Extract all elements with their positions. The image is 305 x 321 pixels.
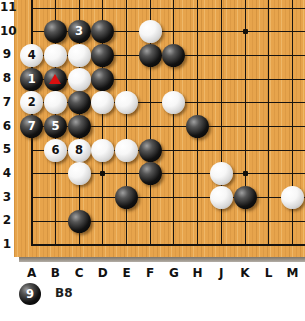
stone-C8[interactable] (68, 68, 91, 91)
grid-line (268, 0, 269, 246)
stone-C7[interactable] (68, 91, 91, 114)
stone-F5[interactable] (139, 139, 162, 162)
column-label: E (117, 266, 137, 280)
stone-A6[interactable]: 7 (20, 115, 43, 138)
column-label: G (164, 266, 184, 280)
stone-J4[interactable] (210, 162, 233, 185)
stone-B8[interactable] (44, 68, 67, 91)
row-label: 2 (0, 213, 14, 227)
grid-line (126, 0, 127, 246)
stone-C2[interactable] (68, 210, 91, 233)
grid-line (31, 244, 305, 246)
board-shadow (19, 257, 305, 262)
caption-move-number: 9 (19, 283, 41, 305)
stone-D10[interactable] (91, 20, 114, 43)
stone-C10[interactable]: 3 (68, 20, 91, 43)
row-label: 8 (0, 71, 14, 85)
caption-coordinate: B8 (55, 286, 73, 300)
stone-D7[interactable] (91, 91, 114, 114)
stone-E3[interactable] (115, 186, 138, 209)
grid-line (31, 197, 305, 198)
grid-line (221, 0, 222, 246)
star-point (100, 171, 105, 176)
stone-D5[interactable] (91, 139, 114, 162)
stone-move-number: 2 (20, 91, 43, 114)
stone-move-number: 5 (44, 115, 67, 138)
stone-D8[interactable] (91, 68, 114, 91)
star-point (243, 171, 248, 176)
stone-A8[interactable]: 1 (20, 68, 43, 91)
row-label: 1 (0, 237, 14, 251)
column-label: F (140, 266, 160, 280)
stone-C6[interactable] (68, 115, 91, 138)
column-label: M (282, 266, 302, 280)
column-label: B (45, 266, 65, 280)
row-label: 4 (0, 166, 14, 180)
column-label: J (211, 266, 231, 280)
stone-C4[interactable] (68, 162, 91, 185)
grid-line (31, 8, 305, 9)
stone-G9[interactable] (162, 44, 185, 67)
stone-F9[interactable] (139, 44, 162, 67)
row-label: 9 (0, 47, 14, 61)
triangle-marker-icon (49, 74, 61, 84)
go-diagram: 34127568 1110987654321ABCDEFGHJKLM 9 B8 (0, 0, 305, 321)
stone-D9[interactable] (91, 44, 114, 67)
board-surface[interactable]: 34127568 (14, 0, 305, 257)
stone-H6[interactable] (186, 115, 209, 138)
caption-black-stone-icon: 9 (19, 283, 41, 305)
star-point (243, 29, 248, 34)
stone-F10[interactable] (139, 20, 162, 43)
column-label: H (188, 266, 208, 280)
stone-B6[interactable]: 5 (44, 115, 67, 138)
stone-move-number: 4 (20, 44, 43, 67)
row-label: 10 (0, 24, 14, 38)
stone-E5[interactable] (115, 139, 138, 162)
column-label: A (22, 266, 42, 280)
row-label: 6 (0, 119, 14, 133)
stone-G7[interactable] (162, 91, 185, 114)
column-label: L (259, 266, 279, 280)
stone-C9[interactable] (68, 44, 91, 67)
stone-A9[interactable]: 4 (20, 44, 43, 67)
row-label: 5 (0, 142, 14, 156)
row-label: 11 (0, 0, 14, 14)
grid-line (292, 0, 293, 246)
column-label: C (69, 266, 89, 280)
stone-move-number: 1 (20, 68, 43, 91)
stone-A7[interactable]: 2 (20, 91, 43, 114)
stone-B9[interactable] (44, 44, 67, 67)
stone-B5[interactable]: 6 (44, 139, 67, 162)
stone-move-number: 6 (44, 139, 67, 162)
column-label: K (235, 266, 255, 280)
row-label: 7 (0, 95, 14, 109)
stone-C5[interactable]: 8 (68, 139, 91, 162)
column-label: D (93, 266, 113, 280)
stone-K3[interactable] (234, 186, 257, 209)
stone-B7[interactable] (44, 91, 67, 114)
stone-J3[interactable] (210, 186, 233, 209)
stone-M3[interactable] (281, 186, 304, 209)
stone-E7[interactable] (115, 91, 138, 114)
row-label: 3 (0, 190, 14, 204)
caption: 9 B8 (0, 282, 120, 308)
stone-move-number: 7 (20, 115, 43, 138)
stone-B10[interactable] (44, 20, 67, 43)
stone-move-number: 3 (68, 20, 91, 43)
grid-line (173, 0, 174, 246)
stone-move-number: 8 (68, 139, 91, 162)
stone-F4[interactable] (139, 162, 162, 185)
grid-line (245, 0, 246, 246)
